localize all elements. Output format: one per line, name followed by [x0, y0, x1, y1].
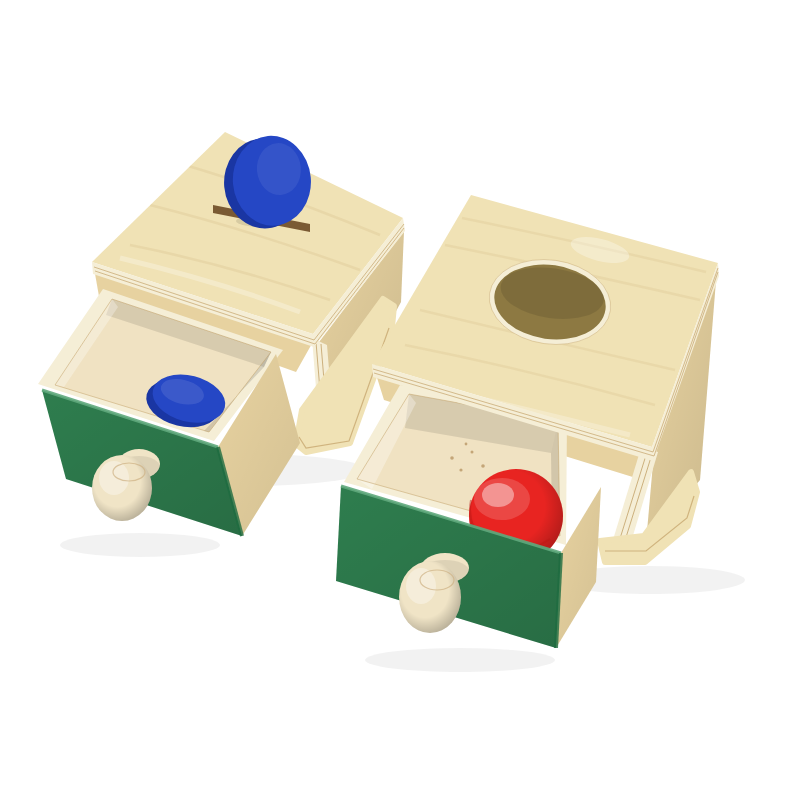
- shadow-left-drawer: [60, 533, 220, 557]
- coin-knob-gloss: [99, 461, 129, 495]
- ball-knob-gloss: [406, 568, 436, 604]
- photo-canvas: [0, 0, 800, 800]
- ball-gloss: [482, 483, 514, 507]
- product-photo: [0, 0, 800, 800]
- shadow-right-drawer: [365, 648, 555, 672]
